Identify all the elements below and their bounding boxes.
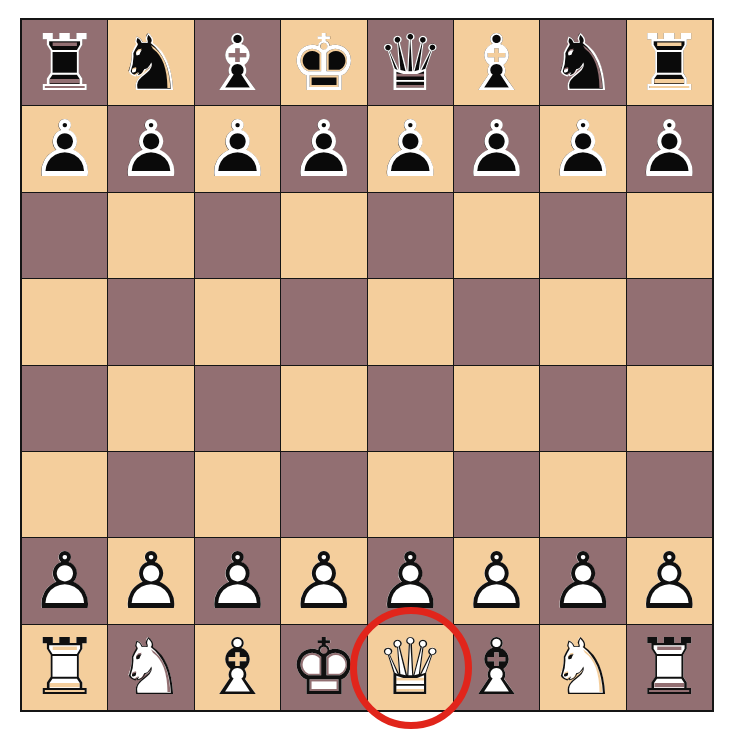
black-pawn-icon: ♟♙ bbox=[22, 106, 107, 191]
piece-fill: ♟ bbox=[281, 538, 366, 623]
square-d8[interactable]: ♚♔ bbox=[281, 20, 366, 105]
piece-fill: ♛ bbox=[368, 625, 453, 710]
piece-outline: ♙ bbox=[281, 538, 366, 623]
square-d7[interactable]: ♟♙ bbox=[281, 106, 366, 191]
piece-outline: ♗ bbox=[454, 625, 539, 710]
piece-fill: ♜ bbox=[22, 625, 107, 710]
piece-fill: ♟ bbox=[540, 538, 625, 623]
piece-fill: ♟ bbox=[540, 106, 625, 191]
square-e7[interactable]: ♟♙ bbox=[368, 106, 453, 191]
black-pawn-icon: ♟♙ bbox=[281, 106, 366, 191]
square-a1[interactable]: ♜♖ bbox=[22, 625, 107, 710]
black-pawn-icon: ♟♙ bbox=[454, 106, 539, 191]
square-a8[interactable]: ♜♖ bbox=[22, 20, 107, 105]
white-pawn-icon: ♟♙ bbox=[195, 538, 280, 623]
piece-outline: ♘ bbox=[540, 625, 625, 710]
piece-outline: ♗ bbox=[195, 625, 280, 710]
square-f5[interactable] bbox=[454, 279, 539, 364]
piece-fill: ♞ bbox=[540, 625, 625, 710]
piece-fill: ♝ bbox=[454, 625, 539, 710]
piece-outline: ♖ bbox=[627, 20, 712, 105]
piece-fill: ♝ bbox=[195, 20, 280, 105]
black-knight-icon: ♞♘ bbox=[540, 20, 625, 105]
square-a2[interactable]: ♟♙ bbox=[22, 538, 107, 623]
black-bishop-icon: ♝♗ bbox=[195, 20, 280, 105]
piece-fill: ♞ bbox=[108, 625, 193, 710]
white-bishop-icon: ♝♗ bbox=[454, 625, 539, 710]
square-g4[interactable] bbox=[540, 366, 625, 451]
piece-outline: ♙ bbox=[281, 106, 366, 191]
piece-fill: ♟ bbox=[454, 538, 539, 623]
piece-outline: ♙ bbox=[195, 538, 280, 623]
piece-outline: ♖ bbox=[22, 20, 107, 105]
square-b2[interactable]: ♟♙ bbox=[108, 538, 193, 623]
piece-fill: ♚ bbox=[281, 625, 366, 710]
square-g8[interactable]: ♞♘ bbox=[540, 20, 625, 105]
square-d6[interactable] bbox=[281, 193, 366, 278]
square-f6[interactable] bbox=[454, 193, 539, 278]
square-b3[interactable] bbox=[108, 452, 193, 537]
white-pawn-icon: ♟♙ bbox=[281, 538, 366, 623]
piece-fill: ♜ bbox=[627, 20, 712, 105]
square-a7[interactable]: ♟♙ bbox=[22, 106, 107, 191]
piece-fill: ♟ bbox=[22, 106, 107, 191]
white-pawn-icon: ♟♙ bbox=[454, 538, 539, 623]
square-h4[interactable] bbox=[627, 366, 712, 451]
piece-outline: ♙ bbox=[540, 538, 625, 623]
square-e5[interactable] bbox=[368, 279, 453, 364]
piece-fill: ♟ bbox=[368, 106, 453, 191]
piece-fill: ♝ bbox=[454, 20, 539, 105]
black-king-icon: ♚♔ bbox=[281, 20, 366, 105]
piece-outline: ♙ bbox=[454, 538, 539, 623]
square-c8[interactable]: ♝♗ bbox=[195, 20, 280, 105]
piece-fill: ♚ bbox=[281, 20, 366, 105]
piece-outline: ♙ bbox=[22, 538, 107, 623]
piece-outline: ♕ bbox=[368, 625, 453, 710]
square-b6[interactable] bbox=[108, 193, 193, 278]
square-h1[interactable]: ♜♖ bbox=[627, 625, 712, 710]
square-e1[interactable]: ♛♕ bbox=[368, 625, 453, 710]
black-pawn-icon: ♟♙ bbox=[368, 106, 453, 191]
black-pawn-icon: ♟♙ bbox=[627, 106, 712, 191]
piece-fill: ♜ bbox=[627, 625, 712, 710]
white-pawn-icon: ♟♙ bbox=[108, 538, 193, 623]
square-e4[interactable] bbox=[368, 366, 453, 451]
square-c5[interactable] bbox=[195, 279, 280, 364]
white-king-icon: ♚♔ bbox=[281, 625, 366, 710]
white-bishop-icon: ♝♗ bbox=[195, 625, 280, 710]
piece-outline: ♙ bbox=[540, 106, 625, 191]
piece-outline: ♙ bbox=[627, 106, 712, 191]
square-f4[interactable] bbox=[454, 366, 539, 451]
square-h7[interactable]: ♟♙ bbox=[627, 106, 712, 191]
square-h3[interactable] bbox=[627, 452, 712, 537]
piece-outline: ♘ bbox=[108, 625, 193, 710]
square-d1[interactable]: ♚♔ bbox=[281, 625, 366, 710]
white-rook-icon: ♜♖ bbox=[627, 625, 712, 710]
square-a6[interactable] bbox=[22, 193, 107, 278]
square-c1[interactable]: ♝♗ bbox=[195, 625, 280, 710]
square-c4[interactable] bbox=[195, 366, 280, 451]
piece-outline: ♗ bbox=[454, 20, 539, 105]
square-c6[interactable] bbox=[195, 193, 280, 278]
square-b7[interactable]: ♟♙ bbox=[108, 106, 193, 191]
page: ♜♖♞♘♝♗♚♔♛♕♝♗♞♘♜♖♟♙♟♙♟♙♟♙♟♙♟♙♟♙♟♙♟♙♟♙♟♙♟♙… bbox=[0, 0, 740, 750]
square-g1[interactable]: ♞♘ bbox=[540, 625, 625, 710]
piece-fill: ♞ bbox=[540, 20, 625, 105]
white-queen-icon: ♛♕ bbox=[368, 625, 453, 710]
square-g6[interactable] bbox=[540, 193, 625, 278]
square-g5[interactable] bbox=[540, 279, 625, 364]
square-d5[interactable] bbox=[281, 279, 366, 364]
square-c2[interactable]: ♟♙ bbox=[195, 538, 280, 623]
piece-outline: ♕ bbox=[368, 20, 453, 105]
black-rook-icon: ♜♖ bbox=[627, 20, 712, 105]
piece-fill: ♟ bbox=[368, 538, 453, 623]
black-rook-icon: ♜♖ bbox=[22, 20, 107, 105]
square-b4[interactable] bbox=[108, 366, 193, 451]
piece-fill: ♟ bbox=[281, 106, 366, 191]
piece-outline: ♔ bbox=[281, 20, 366, 105]
square-g2[interactable]: ♟♙ bbox=[540, 538, 625, 623]
white-knight-icon: ♞♘ bbox=[540, 625, 625, 710]
piece-outline: ♙ bbox=[108, 538, 193, 623]
white-pawn-icon: ♟♙ bbox=[22, 538, 107, 623]
piece-fill: ♝ bbox=[195, 625, 280, 710]
piece-outline: ♔ bbox=[281, 625, 366, 710]
square-e2[interactable]: ♟♙ bbox=[368, 538, 453, 623]
square-e6[interactable] bbox=[368, 193, 453, 278]
square-f1[interactable]: ♝♗ bbox=[454, 625, 539, 710]
square-d3[interactable] bbox=[281, 452, 366, 537]
square-f3[interactable] bbox=[454, 452, 539, 537]
square-e8[interactable]: ♛♕ bbox=[368, 20, 453, 105]
square-h2[interactable]: ♟♙ bbox=[627, 538, 712, 623]
square-d4[interactable] bbox=[281, 366, 366, 451]
piece-fill: ♛ bbox=[368, 20, 453, 105]
piece-outline: ♘ bbox=[540, 20, 625, 105]
white-pawn-icon: ♟♙ bbox=[627, 538, 712, 623]
piece-fill: ♞ bbox=[108, 20, 193, 105]
piece-fill: ♟ bbox=[108, 538, 193, 623]
piece-fill: ♟ bbox=[454, 106, 539, 191]
piece-outline: ♖ bbox=[627, 625, 712, 710]
piece-outline: ♙ bbox=[368, 538, 453, 623]
white-knight-icon: ♞♘ bbox=[108, 625, 193, 710]
piece-fill: ♟ bbox=[195, 106, 280, 191]
square-g3[interactable] bbox=[540, 452, 625, 537]
white-rook-icon: ♜♖ bbox=[22, 625, 107, 710]
piece-fill: ♟ bbox=[108, 106, 193, 191]
piece-fill: ♜ bbox=[22, 20, 107, 105]
square-g7[interactable]: ♟♙ bbox=[540, 106, 625, 191]
square-b8[interactable]: ♞♘ bbox=[108, 20, 193, 105]
piece-outline: ♘ bbox=[108, 20, 193, 105]
black-pawn-icon: ♟♙ bbox=[540, 106, 625, 191]
piece-outline: ♙ bbox=[195, 106, 280, 191]
piece-outline: ♙ bbox=[368, 106, 453, 191]
piece-fill: ♟ bbox=[627, 538, 712, 623]
piece-outline: ♗ bbox=[195, 20, 280, 105]
piece-fill: ♟ bbox=[627, 106, 712, 191]
piece-fill: ♟ bbox=[195, 538, 280, 623]
square-c3[interactable] bbox=[195, 452, 280, 537]
piece-outline: ♙ bbox=[627, 538, 712, 623]
black-queen-icon: ♛♕ bbox=[368, 20, 453, 105]
white-pawn-icon: ♟♙ bbox=[368, 538, 453, 623]
square-h8[interactable]: ♜♖ bbox=[627, 20, 712, 105]
square-c7[interactable]: ♟♙ bbox=[195, 106, 280, 191]
square-b5[interactable] bbox=[108, 279, 193, 364]
square-f8[interactable]: ♝♗ bbox=[454, 20, 539, 105]
black-pawn-icon: ♟♙ bbox=[108, 106, 193, 191]
piece-outline: ♙ bbox=[22, 106, 107, 191]
square-a3[interactable] bbox=[22, 452, 107, 537]
square-f2[interactable]: ♟♙ bbox=[454, 538, 539, 623]
piece-outline: ♙ bbox=[108, 106, 193, 191]
square-a4[interactable] bbox=[22, 366, 107, 451]
piece-outline: ♙ bbox=[454, 106, 539, 191]
square-e3[interactable] bbox=[368, 452, 453, 537]
black-knight-icon: ♞♘ bbox=[108, 20, 193, 105]
black-pawn-icon: ♟♙ bbox=[195, 106, 280, 191]
piece-outline: ♖ bbox=[22, 625, 107, 710]
square-f7[interactable]: ♟♙ bbox=[454, 106, 539, 191]
square-b1[interactable]: ♞♘ bbox=[108, 625, 193, 710]
white-pawn-icon: ♟♙ bbox=[540, 538, 625, 623]
chess-board: ♜♖♞♘♝♗♚♔♛♕♝♗♞♘♜♖♟♙♟♙♟♙♟♙♟♙♟♙♟♙♟♙♟♙♟♙♟♙♟♙… bbox=[20, 18, 714, 712]
piece-fill: ♟ bbox=[22, 538, 107, 623]
square-h6[interactable] bbox=[627, 193, 712, 278]
square-h5[interactable] bbox=[627, 279, 712, 364]
square-d2[interactable]: ♟♙ bbox=[281, 538, 366, 623]
black-bishop-icon: ♝♗ bbox=[454, 20, 539, 105]
square-a5[interactable] bbox=[22, 279, 107, 364]
